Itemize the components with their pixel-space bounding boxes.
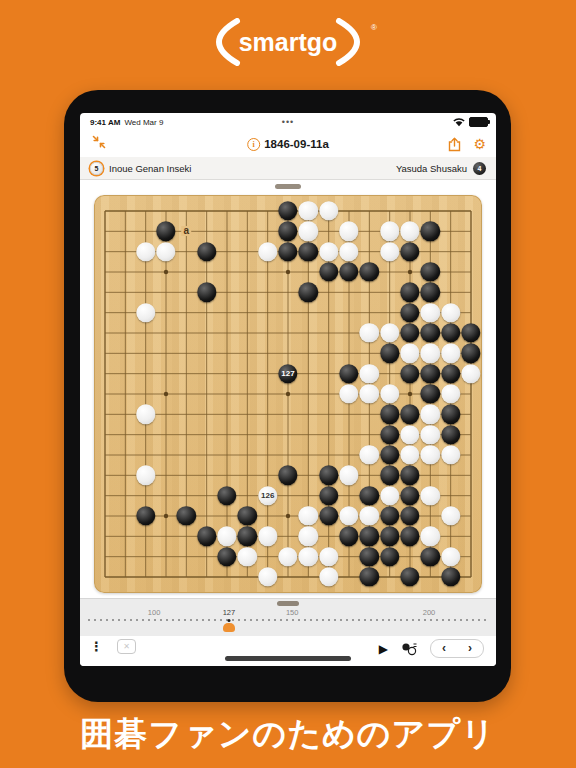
svg-text:®: ® <box>371 23 377 32</box>
go-board[interactable]: a127126 <box>94 195 482 593</box>
delete-move-icon[interactable]: ✕ <box>117 639 136 654</box>
wifi-icon <box>453 118 465 127</box>
game-title[interactable]: i 1846-09-11a <box>247 138 329 151</box>
slider-label-200: 200 <box>423 608 436 617</box>
auto-play-stones-icon[interactable] <box>401 642 417 656</box>
move-nav-capsule: ‹ › <box>430 639 484 658</box>
gear-icon[interactable]: ⚙ <box>473 137 486 151</box>
player-bar: 5 Inoue Genan Inseki Yasuda Shusaku 4 <box>80 157 496 180</box>
status-bar: 9:41 AM Wed Mar 9 ••• <box>80 113 496 131</box>
game-title-text: 1846-09-11a <box>264 138 329 150</box>
play-icon[interactable]: ▶ <box>379 642 388 656</box>
bottom-toolbar: ⋮ ✕ ▶ ‹ › <box>80 636 496 666</box>
info-icon[interactable]: i <box>247 138 260 151</box>
black-player-name: Yasuda Shusaku <box>396 163 467 174</box>
smartgo-logo: smartgo ® <box>0 16 576 68</box>
more-menu-icon[interactable]: ⋮ <box>90 640 103 654</box>
app-tagline: 囲碁ファンのためのアプリ <box>0 712 576 757</box>
panel-drag-handle[interactable] <box>275 184 301 189</box>
slider-current-dot <box>227 619 230 622</box>
status-dots: ••• <box>282 117 294 127</box>
app-screen: 9:41 AM Wed Mar 9 ••• <box>80 113 496 666</box>
prev-move-button[interactable]: ‹ <box>442 641 446 656</box>
clock: 9:41 AM <box>90 118 120 127</box>
next-move-button[interactable]: › <box>468 641 472 656</box>
svg-text:smartgo: smartgo <box>239 28 338 56</box>
home-indicator[interactable] <box>225 656 351 661</box>
share-icon[interactable] <box>448 137 461 152</box>
smartgo-logo-swoosh: smartgo ® <box>193 18 383 66</box>
tablet-device: 9:41 AM Wed Mar 9 ••• <box>64 90 511 702</box>
slider-label-150: 150 <box>286 608 299 617</box>
black-player-stone: 4 <box>473 162 486 175</box>
slider-label-100: 100 <box>148 608 161 617</box>
collapse-icon[interactable] <box>92 135 106 153</box>
status-date: Wed Mar 9 <box>124 118 163 127</box>
move-slider[interactable]: 100127150200 <box>80 598 496 637</box>
board-label-a: a <box>182 226 192 236</box>
battery-icon <box>469 117 488 127</box>
slider-label-127: 127 <box>223 608 236 617</box>
white-player-name: Inoue Genan Inseki <box>109 163 191 174</box>
white-player-stone: 5 <box>90 162 103 175</box>
nav-bar: i 1846-09-11a ⚙ <box>80 131 496 157</box>
slider-drag-handle[interactable] <box>277 601 299 606</box>
slider-thumb[interactable] <box>223 623 235 632</box>
slider-tick-line <box>88 619 488 621</box>
